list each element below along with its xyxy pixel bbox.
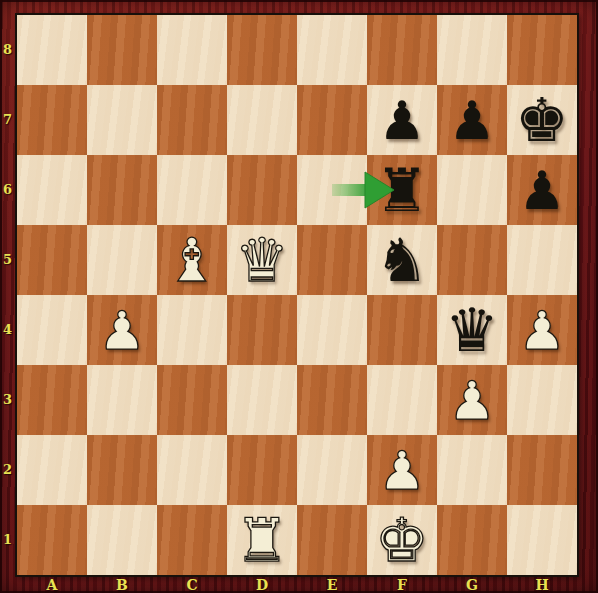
- white-bishop-c5[interactable]: ♝: [165, 230, 219, 290]
- square-e6[interactable]: [297, 155, 367, 225]
- square-d4[interactable]: [227, 295, 297, 365]
- square-b4[interactable]: ♟: [87, 295, 157, 365]
- square-e4[interactable]: [297, 295, 367, 365]
- square-e2[interactable]: [297, 435, 367, 505]
- square-b2[interactable]: [87, 435, 157, 505]
- black-pawn-h6[interactable]: ♟: [518, 164, 566, 217]
- square-a4[interactable]: [17, 295, 87, 365]
- black-pawn-f7[interactable]: ♟: [378, 94, 426, 147]
- square-f3[interactable]: [367, 365, 437, 435]
- square-a2[interactable]: [17, 435, 87, 505]
- square-c8[interactable]: [157, 15, 227, 85]
- rank-label-6: 6: [0, 155, 15, 225]
- square-e1[interactable]: [297, 505, 367, 575]
- file-label-H: H: [507, 577, 577, 593]
- file-label-D: D: [227, 577, 297, 593]
- square-b3[interactable]: [87, 365, 157, 435]
- square-a3[interactable]: [17, 365, 87, 435]
- chessboard: ♟♟♚♜♟♝♛♞♟♛♟♟♟♜♚: [15, 13, 579, 577]
- square-g8[interactable]: [437, 15, 507, 85]
- square-h5[interactable]: [507, 225, 577, 295]
- black-rook-f6[interactable]: ♜: [375, 160, 429, 220]
- square-b8[interactable]: [87, 15, 157, 85]
- square-e7[interactable]: [297, 85, 367, 155]
- square-g2[interactable]: [437, 435, 507, 505]
- square-d3[interactable]: [227, 365, 297, 435]
- white-pawn-g3[interactable]: ♟: [448, 374, 496, 427]
- square-b1[interactable]: [87, 505, 157, 575]
- square-f4[interactable]: [367, 295, 437, 365]
- black-pawn-g7[interactable]: ♟: [448, 94, 496, 147]
- square-b5[interactable]: [87, 225, 157, 295]
- square-f7[interactable]: ♟: [367, 85, 437, 155]
- rank-label-5: 5: [0, 225, 15, 295]
- black-queen-g4[interactable]: ♛: [445, 300, 499, 360]
- white-pawn-h4[interactable]: ♟: [518, 304, 566, 357]
- square-g7[interactable]: ♟: [437, 85, 507, 155]
- square-a7[interactable]: [17, 85, 87, 155]
- rank-label-2: 2: [0, 435, 15, 505]
- square-c7[interactable]: [157, 85, 227, 155]
- square-c4[interactable]: [157, 295, 227, 365]
- file-label-B: B: [87, 577, 157, 593]
- square-c2[interactable]: [157, 435, 227, 505]
- square-b6[interactable]: [87, 155, 157, 225]
- rank-label-4: 4: [0, 295, 15, 365]
- square-d8[interactable]: [227, 15, 297, 85]
- square-d5[interactable]: ♛: [227, 225, 297, 295]
- square-d2[interactable]: [227, 435, 297, 505]
- square-d6[interactable]: [227, 155, 297, 225]
- square-f8[interactable]: [367, 15, 437, 85]
- rank-label-3: 3: [0, 365, 15, 435]
- black-king-h7[interactable]: ♚: [515, 90, 569, 150]
- square-a5[interactable]: [17, 225, 87, 295]
- square-b7[interactable]: [87, 85, 157, 155]
- square-d1[interactable]: ♜: [227, 505, 297, 575]
- square-c5[interactable]: ♝: [157, 225, 227, 295]
- square-h2[interactable]: [507, 435, 577, 505]
- square-d7[interactable]: [227, 85, 297, 155]
- square-a6[interactable]: [17, 155, 87, 225]
- square-f6[interactable]: ♜: [367, 155, 437, 225]
- file-label-E: E: [297, 577, 367, 593]
- rank-label-7: 7: [0, 85, 15, 155]
- square-f5[interactable]: ♞: [367, 225, 437, 295]
- square-h1[interactable]: [507, 505, 577, 575]
- file-label-F: F: [367, 577, 437, 593]
- square-c1[interactable]: [157, 505, 227, 575]
- square-c6[interactable]: [157, 155, 227, 225]
- square-g6[interactable]: [437, 155, 507, 225]
- square-g4[interactable]: ♛: [437, 295, 507, 365]
- white-queen-d5[interactable]: ♛: [235, 230, 289, 290]
- rank-label-8: 8: [0, 15, 15, 85]
- square-c3[interactable]: [157, 365, 227, 435]
- white-pawn-f2[interactable]: ♟: [378, 444, 426, 497]
- square-f2[interactable]: ♟: [367, 435, 437, 505]
- file-label-C: C: [157, 577, 227, 593]
- file-label-A: A: [17, 577, 87, 593]
- square-g5[interactable]: [437, 225, 507, 295]
- square-a8[interactable]: [17, 15, 87, 85]
- square-a1[interactable]: [17, 505, 87, 575]
- square-e3[interactable]: [297, 365, 367, 435]
- rank-label-1: 1: [0, 505, 15, 575]
- square-h8[interactable]: [507, 15, 577, 85]
- square-h7[interactable]: ♚: [507, 85, 577, 155]
- square-e8[interactable]: [297, 15, 367, 85]
- square-f1[interactable]: ♚: [367, 505, 437, 575]
- white-pawn-b4[interactable]: ♟: [98, 304, 146, 357]
- file-label-G: G: [437, 577, 507, 593]
- square-g3[interactable]: ♟: [437, 365, 507, 435]
- white-king-f1[interactable]: ♚: [375, 510, 429, 570]
- square-h4[interactable]: ♟: [507, 295, 577, 365]
- square-g1[interactable]: [437, 505, 507, 575]
- white-rook-d1[interactable]: ♜: [235, 510, 289, 570]
- black-knight-f5[interactable]: ♞: [375, 230, 429, 290]
- square-h6[interactable]: ♟: [507, 155, 577, 225]
- square-h3[interactable]: [507, 365, 577, 435]
- chessboard-frame: ♟♟♚♜♟♝♛♞♟♛♟♟♟♜♚ 87654321 ABCDEFGH: [0, 0, 598, 593]
- square-e5[interactable]: [297, 225, 367, 295]
